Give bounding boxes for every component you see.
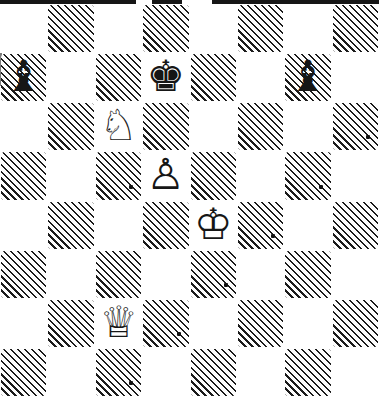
square-h7	[332, 53, 379, 102]
square-c7	[95, 53, 142, 102]
square-e1	[190, 348, 237, 397]
square-d3	[142, 250, 189, 299]
square-c6: ♘	[95, 102, 142, 151]
square-c2: ♕	[95, 299, 142, 348]
white-knight-c6: ♘	[99, 104, 138, 147]
square-c8	[95, 4, 142, 53]
square-e6	[190, 102, 237, 151]
square-d4	[142, 201, 189, 250]
square-h4	[332, 201, 379, 250]
square-c4	[95, 201, 142, 250]
square-g6	[284, 102, 331, 151]
square-g3	[284, 250, 331, 299]
square-a6	[0, 102, 47, 151]
square-a7: ♝	[0, 53, 47, 102]
chess-board: ♝♚♝♘♙♔♕	[0, 4, 379, 397]
square-b3	[47, 250, 94, 299]
square-g2	[284, 299, 331, 348]
square-d8	[142, 4, 189, 53]
square-d1	[142, 348, 189, 397]
square-c3	[95, 250, 142, 299]
square-d2	[142, 299, 189, 348]
square-b5	[47, 151, 94, 200]
square-h2	[332, 299, 379, 348]
square-a5	[0, 151, 47, 200]
black-bishop-g7: ♝	[289, 55, 328, 98]
black-king-d7: ♚	[147, 55, 186, 98]
square-b2	[47, 299, 94, 348]
square-f5	[237, 151, 284, 200]
square-f6	[237, 102, 284, 151]
square-e4: ♔	[190, 201, 237, 250]
square-b7	[47, 53, 94, 102]
square-g5	[284, 151, 331, 200]
chess-diagram-scan: ♝♚♝♘♙♔♕	[0, 0, 379, 397]
square-a8	[0, 4, 47, 53]
square-g4	[284, 201, 331, 250]
square-h8	[332, 4, 379, 53]
square-f7	[237, 53, 284, 102]
square-d7: ♚	[142, 53, 189, 102]
square-b4	[47, 201, 94, 250]
square-e3	[190, 250, 237, 299]
square-e2	[190, 299, 237, 348]
square-h6	[332, 102, 379, 151]
square-a2	[0, 299, 47, 348]
square-f8	[237, 4, 284, 53]
black-bishop-a7: ♝	[4, 55, 43, 98]
square-a3	[0, 250, 47, 299]
white-king-e4: ♔	[194, 203, 233, 246]
white-pawn-d5: ♙	[147, 153, 186, 196]
square-f4	[237, 201, 284, 250]
square-a1	[0, 348, 47, 397]
square-b8	[47, 4, 94, 53]
square-e5	[190, 151, 237, 200]
white-queen-c2: ♕	[99, 301, 138, 344]
square-e7	[190, 53, 237, 102]
square-a4	[0, 201, 47, 250]
square-h1	[332, 348, 379, 397]
square-g8	[284, 4, 331, 53]
square-d5: ♙	[142, 151, 189, 200]
square-f1	[237, 348, 284, 397]
square-f3	[237, 250, 284, 299]
square-f2	[237, 299, 284, 348]
square-g7: ♝	[284, 53, 331, 102]
square-d6	[142, 102, 189, 151]
square-e8	[190, 4, 237, 53]
square-h5	[332, 151, 379, 200]
square-b6	[47, 102, 94, 151]
square-h3	[332, 250, 379, 299]
square-c1	[95, 348, 142, 397]
square-b1	[47, 348, 94, 397]
square-c5	[95, 151, 142, 200]
square-g1	[284, 348, 331, 397]
